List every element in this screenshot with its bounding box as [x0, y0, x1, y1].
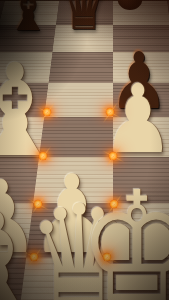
black-king-e8-partial[interactable] [118, 0, 143, 10]
move-highlight-dot-5 [110, 200, 119, 209]
move-highlight-dot-1 [106, 108, 115, 117]
white-king-e1[interactable]: ♚ [79, 172, 169, 300]
move-highlight-dot-4 [34, 200, 43, 209]
pieces-layer: ♝♛♟♝♟♟♟♛♚♝ [0, 0, 169, 300]
black-bishop-c8[interactable]: ♝ [6, 0, 50, 39]
black-queen-d8[interactable]: ♛ [60, 0, 107, 39]
move-highlight-dot-2 [39, 152, 48, 161]
chess-3d-scene: ♝♛♟♝♟♟♟♛♚♝ [0, 0, 169, 300]
move-highlight-dot-3 [109, 152, 118, 161]
move-highlight-dot-7 [103, 253, 112, 262]
move-highlight-dot-0 [43, 108, 52, 117]
move-highlight-dot-6 [30, 253, 39, 262]
